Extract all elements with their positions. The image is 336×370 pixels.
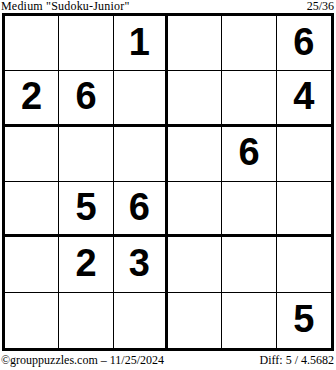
- cell-r5c3[interactable]: 3: [114, 237, 168, 292]
- cell-r4c2[interactable]: 5: [59, 182, 113, 237]
- cell-r2c3[interactable]: [114, 71, 168, 126]
- cell-r5c6[interactable]: [277, 237, 331, 292]
- page-footer: ©grouppuzzles.com – 11/25/2024 Diff: 5 /…: [0, 351, 336, 367]
- cell-r1c2[interactable]: [59, 16, 113, 71]
- cell-r3c6[interactable]: [277, 127, 331, 182]
- cell-r6c4[interactable]: [168, 293, 222, 348]
- cell-r1c5[interactable]: [222, 16, 276, 71]
- cell-r6c3[interactable]: [114, 293, 168, 348]
- cell-r6c5[interactable]: [222, 293, 276, 348]
- cell-r2c5[interactable]: [222, 71, 276, 126]
- puzzle-title: Medium "Sudoku-Junior": [1, 0, 130, 12]
- cell-r3c1[interactable]: [5, 127, 59, 182]
- cell-r4c5[interactable]: [222, 182, 276, 237]
- difficulty-text: Diff: 5 / 4.5682: [260, 354, 334, 367]
- cell-r1c4[interactable]: [168, 16, 222, 71]
- cell-r4c3[interactable]: 6: [114, 182, 168, 237]
- cell-r5c1[interactable]: [5, 237, 59, 292]
- sudoku-grid: 16264656235: [2, 13, 334, 351]
- cell-r3c4[interactable]: [168, 127, 222, 182]
- page-header: Medium "Sudoku-Junior" 25/36: [0, 0, 336, 13]
- cell-r2c2[interactable]: 6: [59, 71, 113, 126]
- cell-r4c6[interactable]: [277, 182, 331, 237]
- cell-r1c6[interactable]: 6: [277, 16, 331, 71]
- cell-r4c4[interactable]: [168, 182, 222, 237]
- cell-r6c2[interactable]: [59, 293, 113, 348]
- cell-r1c3[interactable]: 1: [114, 16, 168, 71]
- cell-r3c5[interactable]: 6: [222, 127, 276, 182]
- copyright-text: ©grouppuzzles.com – 11/25/2024: [1, 354, 164, 367]
- cell-r5c2[interactable]: 2: [59, 237, 113, 292]
- cell-r3c3[interactable]: [114, 127, 168, 182]
- cell-r3c2[interactable]: [59, 127, 113, 182]
- cell-r6c6[interactable]: 5: [277, 293, 331, 348]
- cell-r6c1[interactable]: [5, 293, 59, 348]
- cell-r4c1[interactable]: [5, 182, 59, 237]
- cell-r2c1[interactable]: 2: [5, 71, 59, 126]
- cell-r2c6[interactable]: 4: [277, 71, 331, 126]
- cell-r2c4[interactable]: [168, 71, 222, 126]
- cell-r5c4[interactable]: [168, 237, 222, 292]
- cell-r5c5[interactable]: [222, 237, 276, 292]
- puzzle-counter: 25/36: [307, 0, 334, 12]
- cell-r1c1[interactable]: [5, 16, 59, 71]
